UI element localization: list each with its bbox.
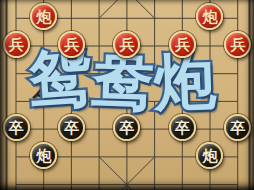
black-soldier-glyph: 卒 xyxy=(175,120,190,135)
red-soldier-glyph: 兵 xyxy=(230,37,245,52)
title-char-2: 鸯 xyxy=(91,49,155,113)
red-soldier-glyph: 兵 xyxy=(119,37,134,52)
red-soldier-glyph: 兵 xyxy=(64,37,79,52)
title-char-1: 鸳 xyxy=(28,46,94,112)
black-soldier-glyph: 卒 xyxy=(64,120,79,135)
red-soldier-glyph: 兵 xyxy=(9,37,24,52)
piece-red-soldier[interactable]: 兵 xyxy=(224,31,251,58)
red-cannon-glyph: 炮 xyxy=(36,9,51,24)
black-soldier-glyph: 卒 xyxy=(119,120,134,135)
piece-red-soldier[interactable]: 兵 xyxy=(3,31,30,58)
black-soldier-glyph: 卒 xyxy=(230,120,245,135)
black-soldier-glyph: 卒 xyxy=(9,120,24,135)
title-char-3: 炮 xyxy=(153,50,217,114)
red-cannon-glyph: 炮 xyxy=(202,9,217,24)
piece-red-soldier[interactable]: 兵 xyxy=(58,31,85,58)
red-soldier-glyph: 兵 xyxy=(175,37,190,52)
piece-black-soldier[interactable]: 卒 xyxy=(58,114,85,141)
black-cannon-glyph: 炮 xyxy=(202,147,217,162)
piece-black-cannon[interactable]: 炮 xyxy=(30,142,57,169)
screenshot-frame: 之 鸳 鸯 炮 炮炮兵兵兵兵兵卒卒卒卒卒炮炮 xyxy=(0,0,254,190)
black-cannon-glyph: 炮 xyxy=(36,147,51,162)
piece-black-soldier[interactable]: 卒 xyxy=(3,114,30,141)
xiangqi-board: 之 鸳 鸯 炮 炮炮兵兵兵兵兵卒卒卒卒卒炮炮 xyxy=(0,0,254,190)
piece-black-soldier[interactable]: 卒 xyxy=(169,114,196,141)
piece-red-soldier[interactable]: 兵 xyxy=(169,31,196,58)
